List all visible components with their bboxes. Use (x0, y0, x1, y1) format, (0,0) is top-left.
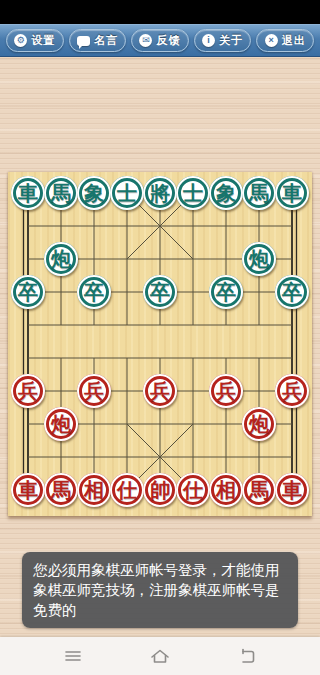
xiangqi-piece-black[interactable]: 士 (176, 176, 210, 210)
back-icon (236, 647, 258, 665)
about-button-label: 关于 (219, 33, 243, 48)
xiangqi-piece-black[interactable]: 馬 (44, 176, 78, 210)
xiangqi-piece-red[interactable]: 兵 (11, 374, 45, 408)
xiangqi-piece-black[interactable]: 卒 (11, 275, 45, 309)
exit-button[interactable]: × 退出 (256, 29, 314, 52)
xiangqi-piece-red[interactable]: 炮 (242, 407, 276, 441)
xiangqi-piece-black[interactable]: 卒 (143, 275, 177, 309)
status-bar (0, 0, 320, 24)
home-icon (149, 647, 171, 665)
settings-button-label: 设置 (31, 33, 55, 48)
xiangqi-board[interactable]: 車馬象士將士象馬車炮炮卒卒卒卒卒兵兵兵兵兵炮炮車馬相仕帥仕相馬車 (8, 172, 312, 516)
xiangqi-piece-red[interactable]: 馬 (242, 473, 276, 507)
back-button[interactable] (232, 643, 262, 669)
feedback-button-label: 反馈 (156, 33, 180, 48)
xiangqi-piece-red[interactable]: 相 (209, 473, 243, 507)
exit-button-label: 退出 (282, 33, 306, 48)
envelope-icon: ✉ (139, 34, 152, 47)
info-icon: i (202, 34, 215, 47)
xiangqi-piece-red[interactable]: 車 (11, 473, 45, 507)
app-window: ⚙ 设置 名言 ✉ 反馈 i 关于 × 退出 (0, 0, 320, 675)
xiangqi-piece-red[interactable]: 仕 (176, 473, 210, 507)
close-icon: × (265, 34, 278, 47)
xiangqi-piece-red[interactable]: 相 (77, 473, 111, 507)
android-nav-bar (0, 637, 320, 675)
feedback-button[interactable]: ✉ 反馈 (131, 29, 189, 52)
menu-button[interactable] (58, 643, 88, 669)
xiangqi-piece-black[interactable]: 炮 (44, 242, 78, 276)
about-button[interactable]: i 关于 (194, 29, 252, 52)
settings-button[interactable]: ⚙ 设置 (6, 29, 64, 52)
xiangqi-piece-red[interactable]: 炮 (44, 407, 78, 441)
toolbar: ⚙ 设置 名言 ✉ 反馈 i 关于 × 退出 (0, 24, 320, 57)
xiangqi-piece-red[interactable]: 車 (275, 473, 309, 507)
board-grid (8, 172, 312, 516)
menu-icon (62, 647, 84, 665)
xiangqi-piece-black[interactable]: 象 (77, 176, 111, 210)
toast-message: 您必须用象棋巫师帐号登录，才能使用象棋巫师竞技场，注册象棋巫师帐号是免费的 (22, 552, 298, 628)
xiangqi-piece-black[interactable]: 炮 (242, 242, 276, 276)
xiangqi-piece-red[interactable]: 兵 (143, 374, 177, 408)
quotes-button-label: 名言 (94, 33, 118, 48)
xiangqi-piece-black[interactable]: 車 (275, 176, 309, 210)
xiangqi-piece-black[interactable]: 卒 (209, 275, 243, 309)
speech-bubble-icon (77, 36, 90, 46)
xiangqi-piece-black[interactable]: 車 (11, 176, 45, 210)
quotes-button[interactable]: 名言 (69, 29, 127, 52)
xiangqi-piece-red[interactable]: 仕 (110, 473, 144, 507)
gear-icon: ⚙ (14, 34, 27, 47)
xiangqi-piece-red[interactable]: 馬 (44, 473, 78, 507)
xiangqi-piece-black[interactable]: 士 (110, 176, 144, 210)
app-background: 車馬象士將士象馬車炮炮卒卒卒卒卒兵兵兵兵兵炮炮車馬相仕帥仕相馬車 您必须用象棋巫… (0, 58, 320, 637)
xiangqi-piece-red[interactable]: 兵 (77, 374, 111, 408)
xiangqi-piece-red[interactable]: 兵 (275, 374, 309, 408)
xiangqi-piece-black[interactable]: 象 (209, 176, 243, 210)
xiangqi-piece-black[interactable]: 馬 (242, 176, 276, 210)
home-button[interactable] (145, 643, 175, 669)
xiangqi-piece-black[interactable]: 卒 (275, 275, 309, 309)
xiangqi-piece-black[interactable]: 將 (143, 176, 177, 210)
xiangqi-piece-red[interactable]: 兵 (209, 374, 243, 408)
xiangqi-piece-red[interactable]: 帥 (143, 473, 177, 507)
xiangqi-piece-black[interactable]: 卒 (77, 275, 111, 309)
